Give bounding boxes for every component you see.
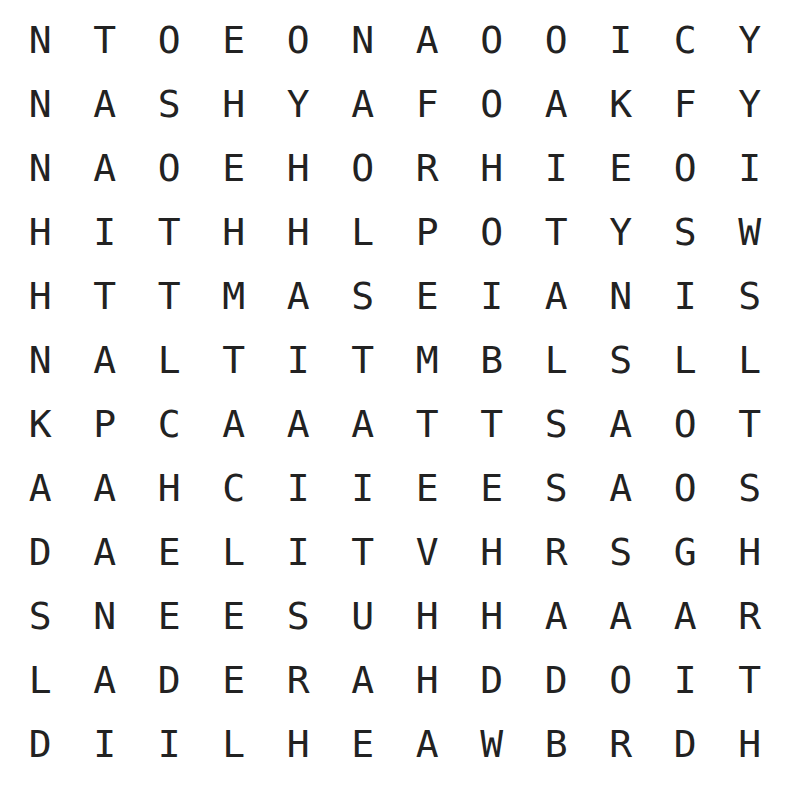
grid-cell[interactable]: N <box>8 328 73 392</box>
grid-cell[interactable]: A <box>8 456 73 520</box>
grid-cell[interactable]: I <box>266 456 331 520</box>
grid-cell[interactable]: Y <box>718 8 783 72</box>
grid-cell[interactable]: T <box>73 264 138 328</box>
grid-cell[interactable]: E <box>331 712 396 776</box>
grid-cell[interactable]: O <box>589 648 654 712</box>
grid-cell[interactable]: R <box>589 712 654 776</box>
grid-cell[interactable]: S <box>589 328 654 392</box>
grid-cell[interactable]: I <box>266 328 331 392</box>
grid-cell[interactable]: N <box>8 8 73 72</box>
grid-cell[interactable]: R <box>718 584 783 648</box>
grid-cell[interactable]: T <box>331 520 396 584</box>
grid-cell[interactable]: E <box>202 136 267 200</box>
grid-cell[interactable]: N <box>589 264 654 328</box>
grid-cell[interactable]: T <box>202 328 267 392</box>
grid-cell[interactable]: S <box>266 584 331 648</box>
grid-cell[interactable]: I <box>524 136 589 200</box>
grid-cell[interactable]: S <box>653 200 718 264</box>
grid-cell[interactable]: I <box>460 264 525 328</box>
grid-cell[interactable]: O <box>524 8 589 72</box>
grid-cell[interactable]: O <box>460 8 525 72</box>
grid-cell[interactable]: F <box>395 72 460 136</box>
grid-cell[interactable]: W <box>718 200 783 264</box>
grid-cell[interactable]: T <box>395 392 460 456</box>
grid-cell[interactable]: M <box>395 328 460 392</box>
grid-cell[interactable]: S <box>331 264 396 328</box>
grid-cell[interactable]: B <box>460 328 525 392</box>
grid-cell[interactable]: A <box>73 648 138 712</box>
grid-cell[interactable]: O <box>137 136 202 200</box>
grid-cell[interactable]: T <box>137 264 202 328</box>
grid-cell[interactable]: H <box>137 456 202 520</box>
grid-cell[interactable]: O <box>137 8 202 72</box>
grid-cell[interactable]: I <box>266 520 331 584</box>
grid-cell[interactable]: Y <box>718 72 783 136</box>
word-search-grid: NTOEONAOOICYNASHYAFOAKFYNAOEHORHIEOIHITH… <box>8 8 782 776</box>
grid-cell[interactable]: H <box>8 200 73 264</box>
grid-cell[interactable]: O <box>331 136 396 200</box>
grid-cell[interactable]: E <box>202 648 267 712</box>
grid-cell[interactable]: N <box>73 584 138 648</box>
grid-cell[interactable]: T <box>331 328 396 392</box>
grid-cell[interactable]: E <box>202 8 267 72</box>
grid-cell[interactable]: V <box>395 520 460 584</box>
grid-cell[interactable]: D <box>137 648 202 712</box>
word-search-puzzle: NTOEONAOOICYNASHYAFOAKFYNAOEHORHIEOIHITH… <box>8 8 782 776</box>
grid-cell[interactable]: H <box>202 200 267 264</box>
grid-cell[interactable]: H <box>266 712 331 776</box>
grid-cell[interactable]: L <box>8 648 73 712</box>
grid-cell[interactable]: A <box>589 584 654 648</box>
grid-cell[interactable]: N <box>331 8 396 72</box>
grid-cell[interactable]: O <box>460 200 525 264</box>
grid-cell[interactable]: N <box>8 136 73 200</box>
grid-cell[interactable]: A <box>73 328 138 392</box>
grid-cell[interactable]: O <box>653 136 718 200</box>
grid-cell[interactable]: M <box>202 264 267 328</box>
grid-cell[interactable]: A <box>524 264 589 328</box>
grid-cell[interactable]: A <box>653 584 718 648</box>
grid-cell[interactable]: H <box>8 264 73 328</box>
grid-cell[interactable]: L <box>653 328 718 392</box>
grid-cell[interactable]: H <box>202 72 267 136</box>
grid-cell[interactable]: A <box>331 72 396 136</box>
grid-cell[interactable]: H <box>460 520 525 584</box>
grid-cell[interactable]: D <box>8 712 73 776</box>
grid-cell[interactable]: A <box>589 392 654 456</box>
grid-cell[interactable]: A <box>266 264 331 328</box>
grid-cell[interactable]: S <box>524 456 589 520</box>
grid-cell[interactable]: D <box>460 648 525 712</box>
grid-cell[interactable]: I <box>137 712 202 776</box>
grid-cell[interactable]: B <box>524 712 589 776</box>
grid-cell[interactable]: A <box>331 648 396 712</box>
grid-cell[interactable]: T <box>137 200 202 264</box>
grid-cell[interactable]: U <box>331 584 396 648</box>
grid-cell[interactable]: N <box>8 72 73 136</box>
grid-cell[interactable]: R <box>524 520 589 584</box>
grid-cell[interactable]: T <box>460 392 525 456</box>
grid-cell[interactable]: D <box>524 648 589 712</box>
grid-cell[interactable]: A <box>524 72 589 136</box>
grid-cell[interactable]: C <box>653 8 718 72</box>
grid-cell[interactable]: T <box>718 392 783 456</box>
grid-cell[interactable]: T <box>73 8 138 72</box>
grid-cell[interactable]: A <box>73 136 138 200</box>
grid-cell[interactable]: Y <box>266 72 331 136</box>
grid-cell[interactable]: T <box>718 648 783 712</box>
grid-cell[interactable]: L <box>331 200 396 264</box>
grid-cell[interactable]: P <box>395 200 460 264</box>
grid-cell[interactable]: E <box>460 456 525 520</box>
grid-cell[interactable]: L <box>202 712 267 776</box>
grid-cell[interactable]: I <box>331 456 396 520</box>
grid-cell[interactable]: E <box>395 264 460 328</box>
grid-cell[interactable]: I <box>73 712 138 776</box>
grid-cell[interactable]: A <box>73 456 138 520</box>
grid-cell[interactable]: S <box>8 584 73 648</box>
grid-cell[interactable]: R <box>266 648 331 712</box>
grid-cell[interactable]: S <box>524 392 589 456</box>
grid-cell[interactable]: E <box>589 136 654 200</box>
grid-cell[interactable]: H <box>395 584 460 648</box>
grid-cell[interactable]: O <box>266 8 331 72</box>
grid-cell[interactable]: A <box>395 712 460 776</box>
grid-cell[interactable]: A <box>202 392 267 456</box>
grid-cell[interactable]: W <box>460 712 525 776</box>
grid-cell[interactable]: O <box>653 456 718 520</box>
grid-cell[interactable]: C <box>202 456 267 520</box>
grid-cell[interactable]: T <box>524 200 589 264</box>
grid-cell[interactable]: R <box>395 136 460 200</box>
grid-cell[interactable]: K <box>8 392 73 456</box>
grid-cell[interactable]: K <box>589 72 654 136</box>
grid-cell[interactable]: E <box>137 520 202 584</box>
grid-cell[interactable]: S <box>137 72 202 136</box>
grid-cell[interactable]: I <box>653 648 718 712</box>
grid-cell[interactable]: I <box>653 264 718 328</box>
grid-cell[interactable]: L <box>524 328 589 392</box>
grid-cell[interactable]: E <box>137 584 202 648</box>
grid-cell[interactable]: A <box>524 584 589 648</box>
grid-cell[interactable]: A <box>266 392 331 456</box>
grid-cell[interactable]: C <box>137 392 202 456</box>
grid-cell[interactable]: D <box>653 712 718 776</box>
grid-cell[interactable]: A <box>331 392 396 456</box>
grid-cell[interactable]: A <box>73 72 138 136</box>
grid-cell[interactable]: H <box>718 712 783 776</box>
grid-cell[interactable]: L <box>718 328 783 392</box>
grid-cell[interactable]: I <box>718 136 783 200</box>
grid-cell[interactable]: E <box>395 456 460 520</box>
grid-cell[interactable]: H <box>395 648 460 712</box>
grid-cell[interactable]: H <box>266 200 331 264</box>
grid-cell[interactable]: L <box>202 520 267 584</box>
grid-cell[interactable]: S <box>718 456 783 520</box>
grid-cell[interactable]: G <box>653 520 718 584</box>
grid-cell[interactable]: A <box>73 520 138 584</box>
grid-cell[interactable]: H <box>460 136 525 200</box>
grid-cell[interactable]: H <box>718 520 783 584</box>
grid-cell[interactable]: L <box>137 328 202 392</box>
grid-cell[interactable]: A <box>395 8 460 72</box>
grid-cell[interactable]: P <box>73 392 138 456</box>
grid-cell[interactable]: D <box>8 520 73 584</box>
grid-cell[interactable]: F <box>653 72 718 136</box>
grid-cell[interactable]: S <box>589 520 654 584</box>
grid-cell[interactable]: I <box>589 8 654 72</box>
grid-cell[interactable]: O <box>653 392 718 456</box>
grid-cell[interactable]: H <box>266 136 331 200</box>
grid-cell[interactable]: I <box>73 200 138 264</box>
grid-cell[interactable]: S <box>718 264 783 328</box>
grid-cell[interactable]: O <box>460 72 525 136</box>
grid-cell[interactable]: Y <box>589 200 654 264</box>
grid-cell[interactable]: A <box>589 456 654 520</box>
grid-cell[interactable]: E <box>202 584 267 648</box>
grid-cell[interactable]: H <box>460 584 525 648</box>
